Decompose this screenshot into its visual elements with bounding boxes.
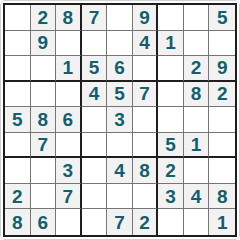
cell-r5c2[interactable]: 8 [31, 107, 57, 133]
cell-r3c2[interactable] [31, 56, 57, 82]
cell-r7c5[interactable]: 4 [107, 158, 133, 184]
cell-r6c2[interactable]: 7 [31, 133, 57, 159]
cell-r6c1[interactable] [5, 133, 31, 159]
cell-r9c7[interactable] [158, 209, 184, 235]
cell-r1c6[interactable]: 9 [133, 5, 159, 31]
cell-r7c2[interactable] [31, 158, 57, 184]
cell-r4c7[interactable] [158, 82, 184, 108]
cell-r1c4[interactable]: 7 [82, 5, 108, 31]
cell-r4c8[interactable]: 8 [184, 82, 210, 108]
cell-r8c7[interactable]: 3 [158, 184, 184, 210]
cell-r3c9[interactable]: 9 [209, 56, 235, 82]
cell-r5c4[interactable] [82, 107, 108, 133]
cell-r4c6[interactable]: 7 [133, 82, 159, 108]
cell-r6c3[interactable] [56, 133, 82, 159]
cell-r9c1[interactable]: 8 [5, 209, 31, 235]
cell-r2c5[interactable] [107, 31, 133, 57]
cell-r7c1[interactable] [5, 158, 31, 184]
cell-r9c3[interactable] [56, 209, 82, 235]
cell-r5c6[interactable] [133, 107, 159, 133]
cell-r5c8[interactable] [184, 107, 210, 133]
cell-r8c2[interactable] [31, 184, 57, 210]
cell-r1c2[interactable]: 2 [31, 5, 57, 31]
cell-r1c1[interactable] [5, 5, 31, 31]
cell-r1c8[interactable] [184, 5, 210, 31]
cell-r7c6[interactable]: 8 [133, 158, 159, 184]
cell-r3c3[interactable]: 1 [56, 56, 82, 82]
cell-r8c4[interactable] [82, 184, 108, 210]
cell-r4c5[interactable]: 5 [107, 82, 133, 108]
cell-r7c3[interactable]: 3 [56, 158, 82, 184]
cell-r4c9[interactable]: 2 [209, 82, 235, 108]
cell-r7c7[interactable]: 2 [158, 158, 184, 184]
cell-r3c5[interactable]: 6 [107, 56, 133, 82]
cell-r8c9[interactable]: 8 [209, 184, 235, 210]
cell-r8c6[interactable] [133, 184, 159, 210]
cell-r1c9[interactable]: 5 [209, 5, 235, 31]
cell-r1c7[interactable] [158, 5, 184, 31]
cell-r4c2[interactable] [31, 82, 57, 108]
cell-r2c4[interactable] [82, 31, 108, 57]
cell-r7c4[interactable] [82, 158, 108, 184]
cell-r9c6[interactable]: 2 [133, 209, 159, 235]
cell-r2c1[interactable] [5, 31, 31, 57]
cell-r2c3[interactable] [56, 31, 82, 57]
cell-r3c6[interactable] [133, 56, 159, 82]
cell-r3c4[interactable]: 5 [82, 56, 108, 82]
cell-r5c7[interactable] [158, 107, 184, 133]
cell-r8c8[interactable]: 4 [184, 184, 210, 210]
cell-r6c5[interactable] [107, 133, 133, 159]
cell-r3c1[interactable] [5, 56, 31, 82]
cell-r2c2[interactable]: 9 [31, 31, 57, 57]
cell-r2c8[interactable] [184, 31, 210, 57]
cell-r3c7[interactable] [158, 56, 184, 82]
cell-r5c5[interactable]: 3 [107, 107, 133, 133]
cell-r5c9[interactable] [209, 107, 235, 133]
cell-r6c6[interactable] [133, 133, 159, 159]
cell-r6c7[interactable]: 5 [158, 133, 184, 159]
cell-r8c3[interactable]: 7 [56, 184, 82, 210]
cell-r2c9[interactable] [209, 31, 235, 57]
cell-r5c3[interactable]: 6 [56, 107, 82, 133]
cell-r9c4[interactable] [82, 209, 108, 235]
sudoku-board: 287959411562945782586375134822734886721 [3, 3, 237, 237]
cell-r6c4[interactable] [82, 133, 108, 159]
cell-r5c1[interactable]: 5 [5, 107, 31, 133]
cell-r2c6[interactable]: 4 [133, 31, 159, 57]
cell-r9c9[interactable]: 1 [209, 209, 235, 235]
cell-r7c9[interactable] [209, 158, 235, 184]
cell-r9c5[interactable]: 7 [107, 209, 133, 235]
cell-r3c8[interactable]: 2 [184, 56, 210, 82]
cell-r2c7[interactable]: 1 [158, 31, 184, 57]
sudoku-widget: 287959411562945782586375134822734886721 [0, 0, 240, 240]
cell-r8c1[interactable]: 2 [5, 184, 31, 210]
cell-r6c8[interactable]: 1 [184, 133, 210, 159]
cell-r1c3[interactable]: 8 [56, 5, 82, 31]
cell-r9c8[interactable] [184, 209, 210, 235]
cell-r1c5[interactable] [107, 5, 133, 31]
cell-r4c3[interactable] [56, 82, 82, 108]
cell-r8c5[interactable] [107, 184, 133, 210]
cell-r7c8[interactable] [184, 158, 210, 184]
cell-r6c9[interactable] [209, 133, 235, 159]
cell-r9c2[interactable]: 6 [31, 209, 57, 235]
cell-r4c1[interactable] [5, 82, 31, 108]
cell-r4c4[interactable]: 4 [82, 82, 108, 108]
